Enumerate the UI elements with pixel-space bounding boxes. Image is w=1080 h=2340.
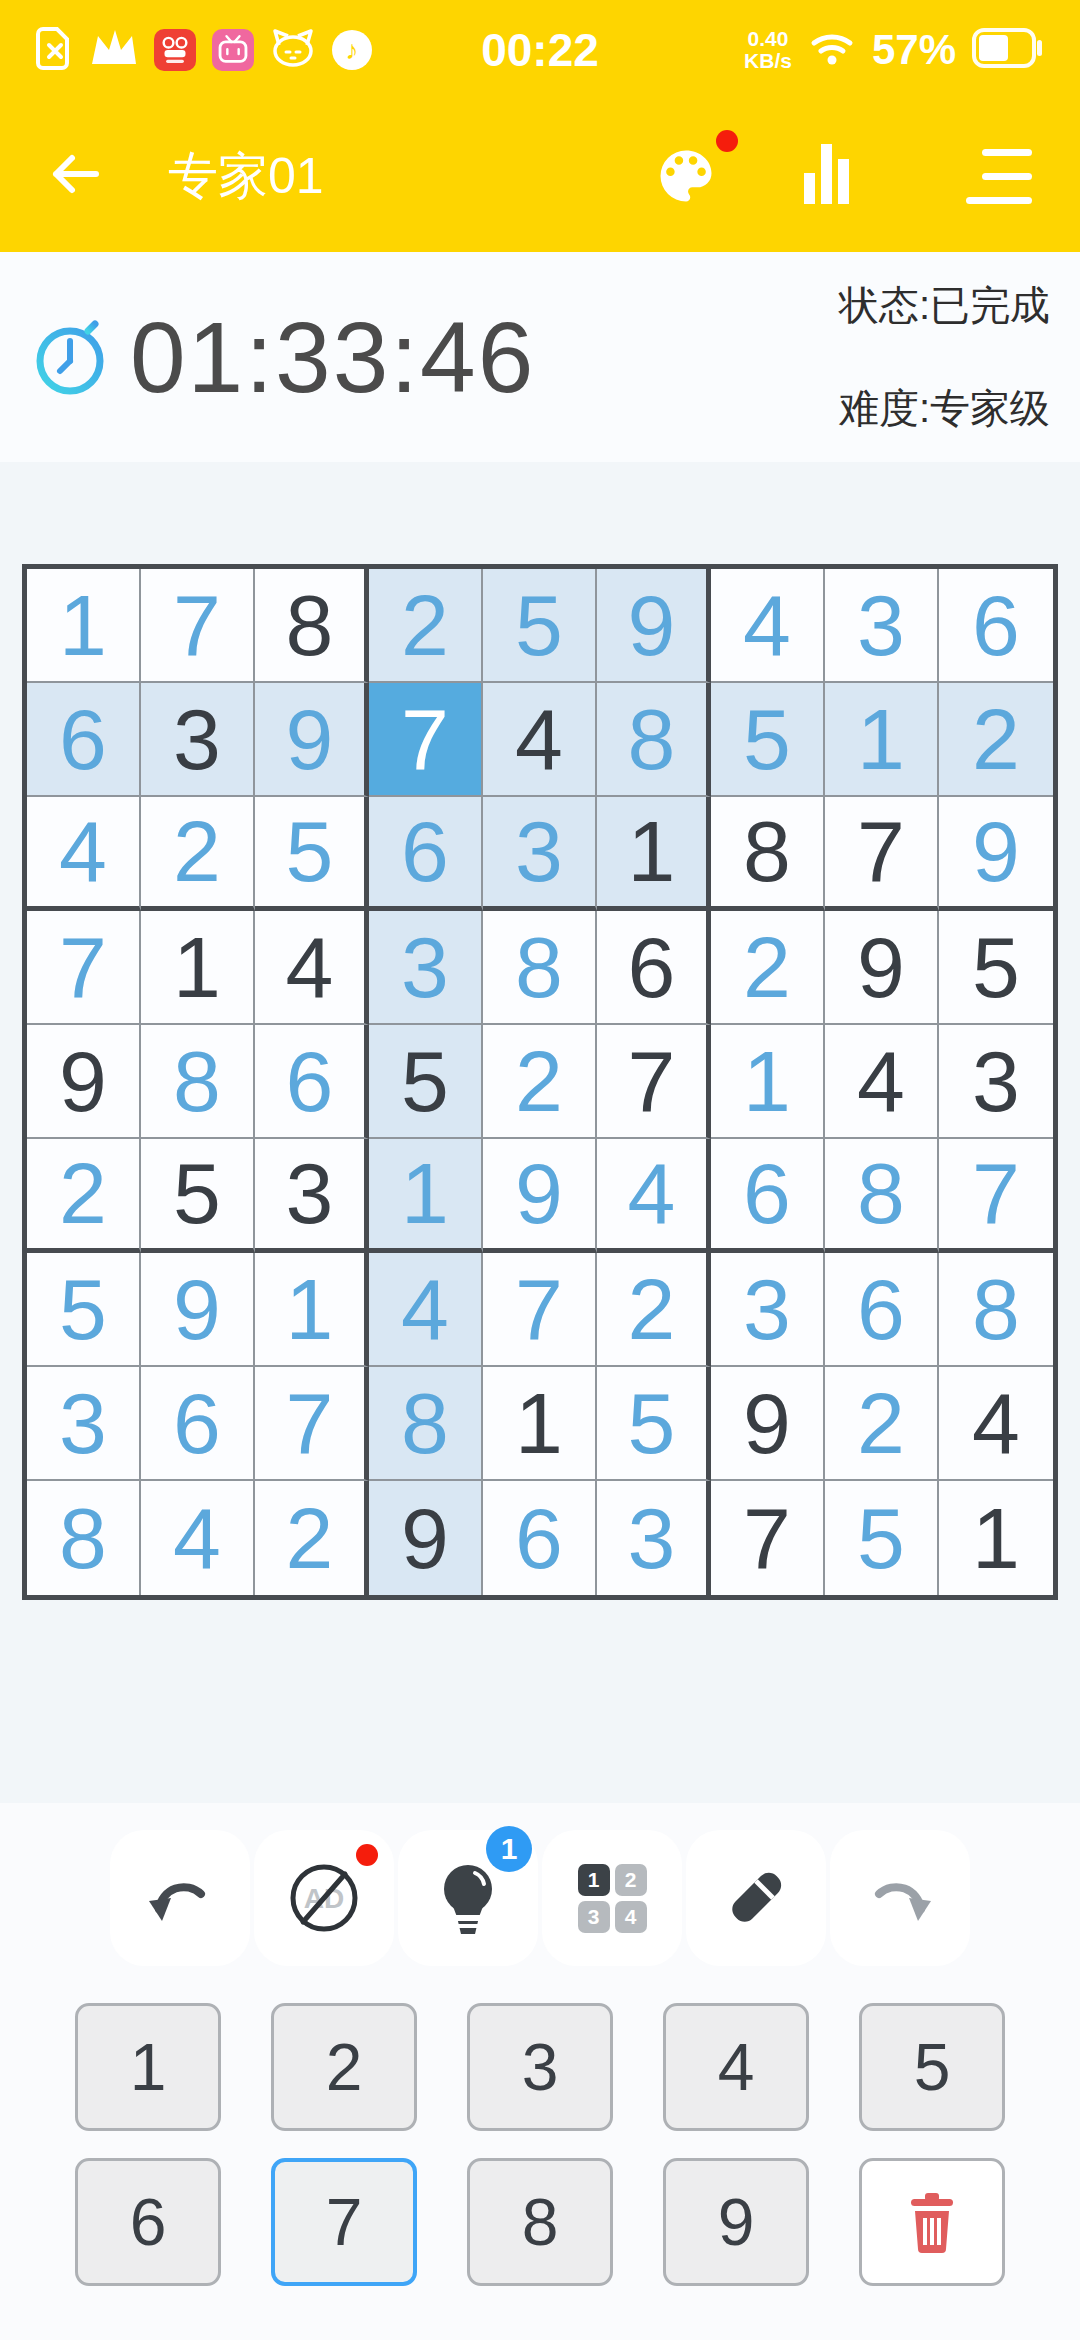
wifi-icon: [808, 28, 856, 72]
status-bar: ♪ 00:22 0.40 KB/s 57%: [0, 0, 1080, 100]
sudoku-cell-r5c5[interactable]: 2: [483, 1025, 597, 1139]
stopwatch-icon: [26, 311, 114, 403]
sudoku-cell-r2c7[interactable]: 5: [711, 683, 825, 797]
sudoku-cell-r2c2[interactable]: 3: [141, 683, 255, 797]
sudoku-cell-r9c1[interactable]: 8: [27, 1481, 141, 1595]
delete-button[interactable]: [859, 2158, 1005, 2286]
sudoku-cell-r6c3[interactable]: 3: [255, 1139, 369, 1253]
notes-button[interactable]: 1234: [542, 1830, 682, 1966]
bottom-panel: AD 1 1234 12345 6789: [0, 1803, 1080, 2340]
sudoku-cell-r3c8[interactable]: 7: [825, 797, 939, 911]
no-ads-alert-dot: [356, 1844, 378, 1866]
video-app-icon: [154, 29, 196, 71]
sudoku-cell-r1c9[interactable]: 6: [939, 569, 1053, 683]
undo-button[interactable]: [110, 1830, 250, 1966]
sudoku-cell-r7c1[interactable]: 5: [27, 1253, 141, 1367]
board-section: 1782594366397485124256318797143862959865…: [0, 462, 1080, 1803]
sudoku-cell-r7c6[interactable]: 2: [597, 1253, 711, 1367]
sudoku-cell-r5c6[interactable]: 7: [597, 1025, 711, 1139]
sudoku-cell-r1c3[interactable]: 8: [255, 569, 369, 683]
crown-icon: [90, 28, 138, 72]
sudoku-cell-r7c7[interactable]: 3: [711, 1253, 825, 1367]
sudoku-cell-r1c1[interactable]: 1: [27, 569, 141, 683]
sudoku-cell-r2c8[interactable]: 1: [825, 683, 939, 797]
sudoku-cell-r6c6[interactable]: 4: [597, 1139, 711, 1253]
sudoku-cell-r5c3[interactable]: 6: [255, 1025, 369, 1139]
sudoku-cell-r6c7[interactable]: 6: [711, 1139, 825, 1253]
redo-button[interactable]: [830, 1830, 970, 1966]
sudoku-cell-r2c1[interactable]: 6: [27, 683, 141, 797]
sudoku-cell-r4c2[interactable]: 1: [141, 911, 255, 1025]
sudoku-cell-r4c8[interactable]: 9: [825, 911, 939, 1025]
sudoku-cell-r4c1[interactable]: 7: [27, 911, 141, 1025]
music-app-icon: ♪: [332, 30, 372, 70]
sudoku-cell-r2c4[interactable]: 7: [369, 683, 483, 797]
sudoku-cell-r3c2[interactable]: 2: [141, 797, 255, 911]
sudoku-cell-r1c7[interactable]: 4: [711, 569, 825, 683]
sudoku-cell-r8c9[interactable]: 4: [939, 1367, 1053, 1481]
sudoku-cell-r1c8[interactable]: 3: [825, 569, 939, 683]
difficulty-text: 难度:专家级: [839, 381, 1050, 436]
sudoku-board: 1782594366397485124256318797143862959865…: [22, 564, 1058, 1600]
sudoku-cell-r5c4[interactable]: 5: [369, 1025, 483, 1139]
sudoku-cell-r4c6[interactable]: 6: [597, 911, 711, 1025]
cat-app-icon: [270, 28, 316, 72]
sudoku-cell-r9c8[interactable]: 5: [825, 1481, 939, 1595]
sudoku-cell-r3c7[interactable]: 8: [711, 797, 825, 911]
sudoku-cell-r2c5[interactable]: 4: [483, 683, 597, 797]
sudoku-cell-r9c5[interactable]: 6: [483, 1481, 597, 1595]
numpad-key-3[interactable]: 3: [467, 2003, 613, 2131]
sudoku-cell-r4c5[interactable]: 8: [483, 911, 597, 1025]
numpad-key-4[interactable]: 4: [663, 2003, 809, 2131]
numpad-key-8[interactable]: 8: [467, 2158, 613, 2286]
numpad-key-2[interactable]: 2: [271, 2003, 417, 2131]
sudoku-cell-r8c8[interactable]: 2: [825, 1367, 939, 1481]
notification-dot: [716, 130, 738, 152]
sudoku-cell-r6c9[interactable]: 7: [939, 1139, 1053, 1253]
numpad-key-6[interactable]: 6: [75, 2158, 221, 2286]
pen-button[interactable]: [686, 1830, 826, 1966]
sudoku-cell-r9c7[interactable]: 7: [711, 1481, 825, 1595]
sudoku-cell-r8c4[interactable]: 8: [369, 1367, 483, 1481]
sudoku-cell-r7c5[interactable]: 7: [483, 1253, 597, 1367]
sudoku-cell-r7c3[interactable]: 1: [255, 1253, 369, 1367]
sudoku-cell-r3c5[interactable]: 3: [483, 797, 597, 911]
status-text: 状态:已完成: [839, 278, 1050, 333]
info-panel: 01:33:46 状态:已完成 难度:专家级: [0, 252, 1080, 462]
sudoku-cell-r1c6[interactable]: 9: [597, 569, 711, 683]
sudoku-cell-r9c9[interactable]: 1: [939, 1481, 1053, 1595]
sudoku-cell-r8c6[interactable]: 5: [597, 1367, 711, 1481]
sudoku-cell-r1c2[interactable]: 7: [141, 569, 255, 683]
hint-button[interactable]: 1: [398, 1830, 538, 1966]
status-time: 00:22: [481, 23, 599, 77]
sudoku-cell-r8c1[interactable]: 3: [27, 1367, 141, 1481]
sudoku-cell-r2c9[interactable]: 2: [939, 683, 1053, 797]
sudoku-cell-r9c4[interactable]: 9: [369, 1481, 483, 1595]
elapsed-time: 01:33:46: [130, 300, 535, 415]
numpad-row-2: 6789: [75, 2158, 1005, 2286]
sudoku-cell-r5c2[interactable]: 8: [141, 1025, 255, 1139]
page-title: 专家01: [168, 143, 324, 210]
sudoku-cell-r6c8[interactable]: 8: [825, 1139, 939, 1253]
sudoku-cell-r6c2[interactable]: 5: [141, 1139, 255, 1253]
battery-percent: 57%: [872, 26, 956, 74]
sudoku-cell-r9c3[interactable]: 2: [255, 1481, 369, 1595]
sudoku-cell-r2c6[interactable]: 8: [597, 683, 711, 797]
sudoku-cell-r5c9[interactable]: 3: [939, 1025, 1053, 1139]
numpad-key-9[interactable]: 9: [663, 2158, 809, 2286]
sudoku-cell-r3c3[interactable]: 5: [255, 797, 369, 911]
no-ads-button[interactable]: AD: [254, 1830, 394, 1966]
sudoku-cell-r9c2[interactable]: 4: [141, 1481, 255, 1595]
theme-palette-button[interactable]: [652, 142, 720, 210]
sudoku-cell-r5c1[interactable]: 9: [27, 1025, 141, 1139]
numpad-row-1: 12345: [75, 2003, 1005, 2131]
sudoku-cell-r6c1[interactable]: 2: [27, 1139, 141, 1253]
sudoku-cell-r6c5[interactable]: 9: [483, 1139, 597, 1253]
sudoku-cell-r9c6[interactable]: 3: [597, 1481, 711, 1595]
sudoku-cell-r4c4[interactable]: 3: [369, 911, 483, 1025]
sudoku-cell-r5c7[interactable]: 1: [711, 1025, 825, 1139]
statistics-button[interactable]: [804, 144, 850, 208]
numpad-key-1[interactable]: 1: [75, 2003, 221, 2131]
sudoku-cell-r7c4[interactable]: 4: [369, 1253, 483, 1367]
sudoku-cell-r3c1[interactable]: 4: [27, 797, 141, 911]
hint-count-badge: 1: [486, 1826, 532, 1872]
numpad-key-5[interactable]: 5: [859, 2003, 1005, 2131]
sudoku-cell-r8c7[interactable]: 9: [711, 1367, 825, 1481]
sudoku-cell-r3c4[interactable]: 6: [369, 797, 483, 911]
sudoku-cell-r6c4[interactable]: 1: [369, 1139, 483, 1253]
sudoku-cell-r4c9[interactable]: 5: [939, 911, 1053, 1025]
sudoku-cell-r1c4[interactable]: 2: [369, 569, 483, 683]
tv-app-icon: [212, 29, 254, 71]
toolbar: AD 1 1234: [110, 1830, 970, 1966]
notes-grid-icon: 1234: [578, 1864, 647, 1933]
sudoku-cell-r7c9[interactable]: 8: [939, 1253, 1053, 1367]
sudoku-cell-r8c3[interactable]: 7: [255, 1367, 369, 1481]
app-bar: 专家01: [0, 100, 1080, 252]
sudoku-cell-r1c5[interactable]: 5: [483, 569, 597, 683]
notification-icons: ♪: [36, 26, 372, 74]
sudoku-cell-r5c8[interactable]: 4: [825, 1025, 939, 1139]
network-speed: 0.40 KB/s: [744, 28, 792, 72]
sudoku-cell-r3c9[interactable]: 9: [939, 797, 1053, 911]
sudoku-cell-r8c5[interactable]: 1: [483, 1367, 597, 1481]
sudoku-cell-r2c3[interactable]: 9: [255, 683, 369, 797]
numpad-key-7[interactable]: 7: [271, 2158, 417, 2286]
back-button[interactable]: [48, 152, 102, 200]
sudoku-cell-r7c2[interactable]: 9: [141, 1253, 255, 1367]
sim-alert-icon: [36, 26, 74, 74]
menu-button[interactable]: [966, 149, 1032, 204]
sudoku-cell-r3c6[interactable]: 1: [597, 797, 711, 911]
battery-icon: [972, 26, 1044, 74]
sudoku-cell-r8c2[interactable]: 6: [141, 1367, 255, 1481]
sudoku-cell-r7c8[interactable]: 6: [825, 1253, 939, 1367]
sudoku-cell-r4c7[interactable]: 2: [711, 911, 825, 1025]
sudoku-cell-r4c3[interactable]: 4: [255, 911, 369, 1025]
